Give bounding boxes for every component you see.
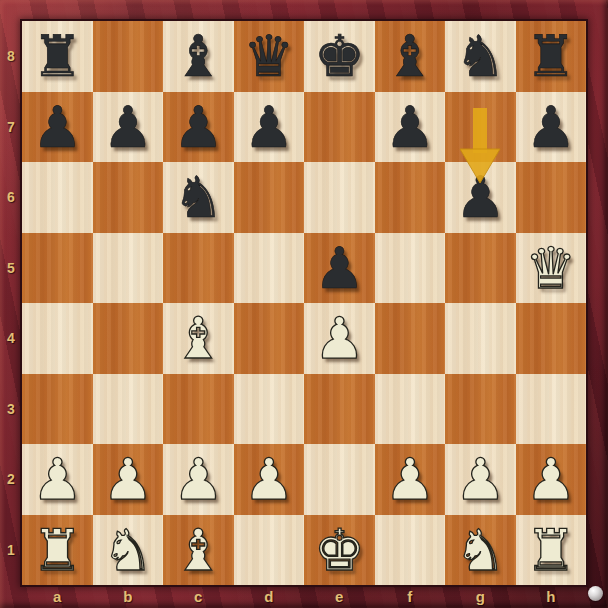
- square-h5[interactable]: ♛: [516, 233, 587, 304]
- square-d2[interactable]: ♟: [234, 444, 305, 515]
- square-f7[interactable]: ♟: [375, 92, 446, 163]
- piece-black-pawn[interactable]: ♟: [525, 92, 576, 162]
- square-a2[interactable]: ♟: [22, 444, 93, 515]
- square-c2[interactable]: ♟: [163, 444, 234, 515]
- piece-black-pawn[interactable]: ♟: [384, 92, 435, 162]
- square-e6[interactable]: [304, 162, 375, 233]
- square-a7[interactable]: ♟: [22, 92, 93, 163]
- square-f3[interactable]: [375, 374, 446, 445]
- square-a6[interactable]: [22, 162, 93, 233]
- piece-white-king[interactable]: ♚: [314, 515, 365, 585]
- square-c5[interactable]: [163, 233, 234, 304]
- piece-white-pawn[interactable]: ♟: [314, 303, 365, 373]
- square-h8[interactable]: ♜: [516, 21, 587, 92]
- square-b1[interactable]: ♞: [93, 515, 164, 586]
- square-d7[interactable]: ♟: [234, 92, 305, 163]
- piece-black-pawn[interactable]: ♟: [243, 92, 294, 162]
- rank-label-4: 4: [0, 303, 22, 374]
- square-a4[interactable]: [22, 303, 93, 374]
- square-f8[interactable]: ♝: [375, 21, 446, 92]
- corner-dot: [588, 586, 603, 601]
- piece-white-pawn[interactable]: ♟: [455, 444, 506, 514]
- square-g7[interactable]: [445, 92, 516, 163]
- rank-label-5: 5: [0, 233, 22, 304]
- chess-board-window: ♜♝♛♚♝♞♜♟♟♟♟♟♟♞♟♟♛♝♟♟♟♟♟♟♟♟♜♞♝♚♞♜ 8765432…: [0, 0, 608, 608]
- square-g8[interactable]: ♞: [445, 21, 516, 92]
- square-f2[interactable]: ♟: [375, 444, 446, 515]
- piece-black-rook[interactable]: ♜: [32, 21, 83, 91]
- square-g2[interactable]: ♟: [445, 444, 516, 515]
- piece-white-pawn[interactable]: ♟: [102, 444, 153, 514]
- piece-white-rook[interactable]: ♜: [32, 515, 83, 585]
- square-h4[interactable]: [516, 303, 587, 374]
- square-g6[interactable]: ♟: [445, 162, 516, 233]
- piece-white-pawn[interactable]: ♟: [384, 444, 435, 514]
- square-f4[interactable]: [375, 303, 446, 374]
- square-h1[interactable]: ♜: [516, 515, 587, 586]
- square-c7[interactable]: ♟: [163, 92, 234, 163]
- file-label-g: g: [445, 584, 516, 608]
- piece-white-knight[interactable]: ♞: [102, 515, 153, 585]
- piece-black-pawn[interactable]: ♟: [32, 92, 83, 162]
- square-e5[interactable]: ♟: [304, 233, 375, 304]
- rank-label-6: 6: [0, 162, 22, 233]
- square-e8[interactable]: ♚: [304, 21, 375, 92]
- piece-black-pawn[interactable]: ♟: [314, 233, 365, 303]
- square-h6[interactable]: [516, 162, 587, 233]
- piece-black-queen[interactable]: ♛: [243, 21, 294, 91]
- square-c6[interactable]: ♞: [163, 162, 234, 233]
- rank-label-1: 1: [0, 515, 22, 586]
- square-g3[interactable]: [445, 374, 516, 445]
- square-d5[interactable]: [234, 233, 305, 304]
- square-b8[interactable]: [93, 21, 164, 92]
- square-e3[interactable]: [304, 374, 375, 445]
- square-a8[interactable]: ♜: [22, 21, 93, 92]
- piece-black-pawn[interactable]: ♟: [455, 162, 506, 232]
- square-e2[interactable]: [304, 444, 375, 515]
- piece-white-pawn[interactable]: ♟: [243, 444, 294, 514]
- piece-white-pawn[interactable]: ♟: [173, 444, 224, 514]
- piece-black-pawn[interactable]: ♟: [173, 92, 224, 162]
- file-label-b: b: [93, 584, 164, 608]
- square-g4[interactable]: [445, 303, 516, 374]
- square-c1[interactable]: ♝: [163, 515, 234, 586]
- piece-white-pawn[interactable]: ♟: [525, 444, 576, 514]
- piece-black-king[interactable]: ♚: [314, 21, 365, 91]
- square-d6[interactable]: [234, 162, 305, 233]
- square-c4[interactable]: ♝: [163, 303, 234, 374]
- square-h3[interactable]: [516, 374, 587, 445]
- file-label-d: d: [234, 584, 305, 608]
- square-d3[interactable]: [234, 374, 305, 445]
- piece-white-pawn[interactable]: ♟: [32, 444, 83, 514]
- square-h7[interactable]: ♟: [516, 92, 587, 163]
- square-c8[interactable]: ♝: [163, 21, 234, 92]
- square-d4[interactable]: [234, 303, 305, 374]
- file-label-c: c: [163, 584, 234, 608]
- file-label-h: h: [516, 584, 587, 608]
- square-f5[interactable]: [375, 233, 446, 304]
- piece-black-bishop[interactable]: ♝: [173, 21, 224, 91]
- square-d8[interactable]: ♛: [234, 21, 305, 92]
- square-a1[interactable]: ♜: [22, 515, 93, 586]
- rank-label-8: 8: [0, 21, 22, 92]
- file-label-a: a: [22, 584, 93, 608]
- piece-white-bishop[interactable]: ♝: [173, 515, 224, 585]
- square-c3[interactable]: [163, 374, 234, 445]
- rank-label-3: 3: [0, 374, 22, 445]
- piece-black-knight[interactable]: ♞: [455, 21, 506, 91]
- file-label-f: f: [375, 584, 446, 608]
- square-g5[interactable]: [445, 233, 516, 304]
- square-b3[interactable]: [93, 374, 164, 445]
- square-b2[interactable]: ♟: [93, 444, 164, 515]
- rank-label-7: 7: [0, 92, 22, 163]
- square-d1[interactable]: [234, 515, 305, 586]
- square-b5[interactable]: [93, 233, 164, 304]
- square-h2[interactable]: ♟: [516, 444, 587, 515]
- square-g1[interactable]: ♞: [445, 515, 516, 586]
- piece-white-knight[interactable]: ♞: [455, 515, 506, 585]
- piece-white-bishop[interactable]: ♝: [173, 303, 224, 373]
- piece-black-rook[interactable]: ♜: [525, 21, 576, 91]
- piece-black-knight[interactable]: ♞: [173, 162, 224, 232]
- piece-white-queen[interactable]: ♛: [525, 233, 576, 303]
- piece-black-bishop[interactable]: ♝: [384, 21, 435, 91]
- file-label-e: e: [304, 584, 375, 608]
- piece-black-pawn[interactable]: ♟: [102, 92, 153, 162]
- square-e7[interactable]: [304, 92, 375, 163]
- square-b4[interactable]: [93, 303, 164, 374]
- rank-label-2: 2: [0, 444, 22, 515]
- square-e4[interactable]: ♟: [304, 303, 375, 374]
- square-f6[interactable]: [375, 162, 446, 233]
- piece-white-rook[interactable]: ♜: [525, 515, 576, 585]
- square-f1[interactable]: [375, 515, 446, 586]
- square-a3[interactable]: [22, 374, 93, 445]
- square-b6[interactable]: [93, 162, 164, 233]
- square-b7[interactable]: ♟: [93, 92, 164, 163]
- square-e1[interactable]: ♚: [304, 515, 375, 586]
- square-a5[interactable]: [22, 233, 93, 304]
- board: ♜♝♛♚♝♞♜♟♟♟♟♟♟♞♟♟♛♝♟♟♟♟♟♟♟♟♜♞♝♚♞♜: [22, 21, 586, 585]
